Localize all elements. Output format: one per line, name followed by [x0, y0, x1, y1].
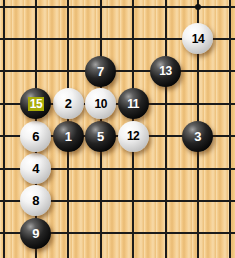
grid-line-horizontal: [0, 70, 235, 72]
move-number: 10: [95, 98, 107, 110]
stone-black-3: 3: [182, 121, 213, 152]
move-number: 2: [65, 97, 72, 110]
stone-black-5: 5: [85, 121, 116, 152]
stone-white-8: 8: [20, 185, 51, 216]
stone-black-9: 9: [20, 218, 51, 249]
move-number: 1: [65, 130, 72, 143]
move-number: 11: [127, 98, 139, 110]
move-number: 9: [32, 227, 39, 240]
move-number: 5: [97, 130, 104, 143]
move-number: 7: [97, 65, 104, 78]
stone-black-11: 11: [118, 88, 149, 119]
move-number: 13: [159, 65, 171, 77]
move-number: 3: [194, 130, 201, 143]
stone-black-13: 13: [150, 56, 181, 87]
stone-black-7: 7: [85, 56, 116, 87]
star-point: [195, 4, 201, 10]
stone-black-1: 1: [53, 121, 84, 152]
go-board[interactable]: 123456789101112131415: [0, 0, 235, 258]
stone-white-4: 4: [20, 153, 51, 184]
stone-white-12: 12: [118, 121, 149, 152]
stone-black-15: 15: [20, 88, 51, 119]
move-number: 4: [32, 162, 39, 175]
move-number: 8: [32, 194, 39, 207]
move-number: 12: [127, 130, 139, 142]
last-move-number: 15: [28, 97, 44, 111]
move-number: 6: [32, 130, 39, 143]
stone-white-2: 2: [53, 88, 84, 119]
stone-white-14: 14: [182, 23, 213, 54]
stone-white-6: 6: [20, 121, 51, 152]
move-number: 14: [192, 33, 204, 45]
stone-white-10: 10: [85, 88, 116, 119]
